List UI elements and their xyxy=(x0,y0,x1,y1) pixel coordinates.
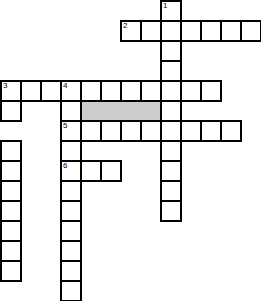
grid-cell[interactable] xyxy=(0,80,22,102)
grid-cell[interactable] xyxy=(60,160,82,182)
grid-cell[interactable] xyxy=(0,200,22,222)
grid-cell[interactable] xyxy=(160,120,182,142)
grid-cell[interactable] xyxy=(160,80,182,102)
grid-cell[interactable] xyxy=(140,80,162,102)
grid-cell[interactable] xyxy=(0,240,22,262)
grid-cell[interactable] xyxy=(180,20,202,42)
grid-cell[interactable] xyxy=(80,120,102,142)
grid-cell[interactable] xyxy=(60,260,82,282)
grid-cell[interactable] xyxy=(160,60,182,82)
grid-cell[interactable] xyxy=(0,220,22,242)
grid-cell[interactable] xyxy=(100,120,122,142)
grid-cell[interactable] xyxy=(160,40,182,62)
grid-cell[interactable] xyxy=(240,20,261,42)
grid-cell[interactable] xyxy=(160,140,182,162)
grid-cell[interactable] xyxy=(0,140,22,162)
grid-cell[interactable] xyxy=(0,180,22,202)
grid-cell[interactable] xyxy=(160,20,182,42)
grid-cell[interactable] xyxy=(60,180,82,202)
grid-cell[interactable] xyxy=(220,20,242,42)
grid-cell[interactable] xyxy=(80,160,102,182)
grid-cell[interactable] xyxy=(0,100,22,122)
grid-cell[interactable] xyxy=(120,20,142,42)
grid-cell[interactable] xyxy=(160,100,182,122)
grid-cell[interactable] xyxy=(60,220,82,242)
grid-cell[interactable] xyxy=(0,260,22,282)
grid-cell[interactable] xyxy=(180,80,202,102)
grid-cell[interactable] xyxy=(100,160,122,182)
grid-cell[interactable] xyxy=(40,80,62,102)
grid-cell[interactable] xyxy=(60,240,82,262)
grid-cell[interactable] xyxy=(60,140,82,162)
grid-cell[interactable] xyxy=(160,160,182,182)
grid-cell[interactable] xyxy=(80,80,102,102)
grid-cell[interactable] xyxy=(60,280,82,301)
grid-cell[interactable] xyxy=(60,100,82,122)
grid-cell[interactable] xyxy=(120,120,142,142)
grid-cell[interactable] xyxy=(140,20,162,42)
grid-cell[interactable] xyxy=(140,120,162,142)
grid-cell[interactable] xyxy=(160,180,182,202)
shaded-block[interactable] xyxy=(80,100,162,122)
crossword-board: 123456 xyxy=(0,0,261,301)
grid-cell[interactable] xyxy=(60,120,82,142)
grid-cell[interactable] xyxy=(20,80,42,102)
grid-cell[interactable] xyxy=(200,20,222,42)
grid-cell[interactable] xyxy=(160,200,182,222)
grid-cell[interactable] xyxy=(200,120,222,142)
grid-cell[interactable] xyxy=(100,80,122,102)
grid-cell[interactable] xyxy=(180,120,202,142)
grid-cell[interactable] xyxy=(220,120,242,142)
grid-cell[interactable] xyxy=(60,80,82,102)
grid-cell[interactable] xyxy=(60,200,82,222)
grid-cell[interactable] xyxy=(0,160,22,182)
grid-cell[interactable] xyxy=(160,0,182,22)
grid-cell[interactable] xyxy=(120,80,142,102)
grid-cell[interactable] xyxy=(200,80,222,102)
